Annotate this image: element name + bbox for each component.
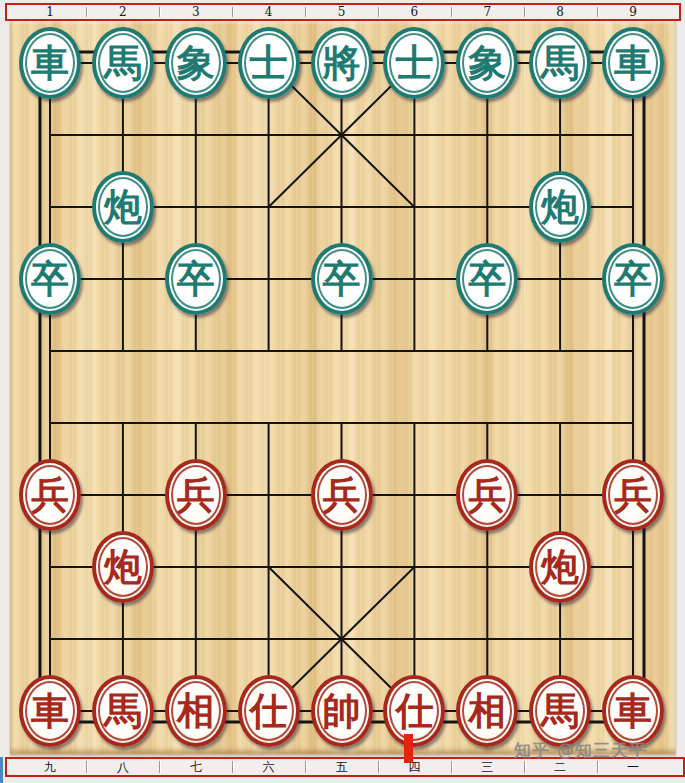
- piece-black-炮[interactable]: 炮: [529, 171, 591, 243]
- bar-separator: [159, 761, 161, 772]
- bar-separator: [159, 7, 161, 17]
- piece-black-象[interactable]: 象: [456, 27, 518, 99]
- piece-red-馬[interactable]: 馬: [92, 675, 154, 747]
- piece-glyph: 車: [31, 692, 69, 730]
- piece-black-士[interactable]: 士: [238, 27, 300, 99]
- bar-separator: [232, 761, 234, 772]
- piece-red-仕[interactable]: 仕: [238, 675, 300, 747]
- bottom-bar-label-六: 六: [263, 761, 275, 773]
- piece-glyph: 仕: [395, 692, 433, 730]
- piece-red-兵[interactable]: 兵: [19, 459, 81, 531]
- piece-glyph: 卒: [614, 260, 652, 298]
- top-coordinate-bar: 123456789: [5, 3, 681, 21]
- piece-black-將[interactable]: 將: [311, 27, 373, 99]
- piece-black-卒[interactable]: 卒: [19, 243, 81, 315]
- piece-glyph: 炮: [104, 188, 142, 226]
- bar-separator: [524, 7, 526, 17]
- piece-glyph: 將: [323, 44, 361, 82]
- piece-red-仕[interactable]: 仕: [383, 675, 445, 747]
- piece-glyph: 相: [468, 692, 506, 730]
- xiangqi-board[interactable]: 車馬象士將士象馬車炮炮卒卒卒卒卒兵兵兵兵兵炮炮車馬相仕帥仕相馬車: [10, 21, 676, 754]
- top-bar-label-5: 5: [338, 6, 346, 18]
- top-bar-label-4: 4: [265, 6, 273, 18]
- piece-black-炮[interactable]: 炮: [92, 171, 154, 243]
- piece-glyph: 卒: [323, 260, 361, 298]
- bottom-bar-label-五: 五: [336, 761, 348, 773]
- piece-red-相[interactable]: 相: [456, 675, 518, 747]
- piece-black-士[interactable]: 士: [383, 27, 445, 99]
- file-marker-red-bar: [404, 734, 413, 763]
- piece-glyph: 炮: [541, 548, 579, 586]
- bar-separator: [232, 7, 234, 17]
- bottom-bar-label-七: 七: [190, 761, 202, 773]
- piece-glyph: 仕: [250, 692, 288, 730]
- piece-glyph: 相: [177, 692, 215, 730]
- piece-black-卒[interactable]: 卒: [165, 243, 227, 315]
- edge-artifact: [0, 757, 3, 783]
- piece-red-炮[interactable]: 炮: [92, 531, 154, 603]
- bottom-bar-label-九: 九: [44, 761, 56, 773]
- watermark-text: 知乎 @知三天平: [514, 739, 647, 762]
- piece-glyph: 馬: [104, 692, 142, 730]
- bar-separator: [524, 761, 526, 772]
- bar-separator: [378, 761, 380, 772]
- piece-glyph: 卒: [468, 260, 506, 298]
- piece-black-車[interactable]: 車: [602, 27, 664, 99]
- piece-glyph: 兵: [323, 476, 361, 514]
- piece-red-帥[interactable]: 帥: [311, 675, 373, 747]
- bottom-bar-label-三: 三: [481, 761, 493, 773]
- bar-separator: [86, 761, 88, 772]
- piece-glyph: 馬: [541, 692, 579, 730]
- bar-separator: [305, 7, 307, 17]
- bottom-bar-label-八: 八: [117, 761, 129, 773]
- piece-glyph: 兵: [468, 476, 506, 514]
- top-bar-label-6: 6: [411, 6, 419, 18]
- piece-glyph: 士: [395, 44, 433, 82]
- top-bar-label-9: 9: [629, 6, 637, 18]
- piece-glyph: 兵: [31, 476, 69, 514]
- piece-black-馬[interactable]: 馬: [529, 27, 591, 99]
- piece-red-炮[interactable]: 炮: [529, 531, 591, 603]
- piece-black-車[interactable]: 車: [19, 27, 81, 99]
- piece-glyph: 象: [468, 44, 506, 82]
- piece-glyph: 車: [31, 44, 69, 82]
- bar-separator: [597, 761, 599, 772]
- bar-separator: [378, 7, 380, 17]
- bottom-bar-label-一: 一: [627, 761, 639, 773]
- top-bar-label-7: 7: [483, 6, 491, 18]
- bar-separator: [305, 761, 307, 772]
- bar-separator: [451, 7, 453, 17]
- piece-glyph: 馬: [104, 44, 142, 82]
- piece-black-卒[interactable]: 卒: [311, 243, 373, 315]
- piece-red-兵[interactable]: 兵: [602, 459, 664, 531]
- piece-glyph: 象: [177, 44, 215, 82]
- bottom-bar-label-二: 二: [554, 761, 566, 773]
- piece-glyph: 士: [250, 44, 288, 82]
- piece-glyph: 卒: [31, 260, 69, 298]
- top-bar-label-3: 3: [192, 6, 200, 18]
- board-grid: [10, 21, 676, 754]
- top-bar-label-2: 2: [119, 6, 127, 18]
- bar-separator: [451, 761, 453, 772]
- piece-red-馬[interactable]: 馬: [529, 675, 591, 747]
- piece-glyph: 炮: [541, 188, 579, 226]
- piece-glyph: 炮: [104, 548, 142, 586]
- piece-red-兵[interactable]: 兵: [456, 459, 518, 531]
- piece-black-象[interactable]: 象: [165, 27, 227, 99]
- piece-glyph: 兵: [614, 476, 652, 514]
- piece-glyph: 帥: [323, 692, 361, 730]
- bar-separator: [86, 7, 88, 17]
- bar-separator: [597, 7, 599, 17]
- piece-glyph: 馬: [541, 44, 579, 82]
- piece-glyph: 兵: [177, 476, 215, 514]
- piece-black-卒[interactable]: 卒: [456, 243, 518, 315]
- piece-black-馬[interactable]: 馬: [92, 27, 154, 99]
- piece-red-兵[interactable]: 兵: [165, 459, 227, 531]
- piece-red-兵[interactable]: 兵: [311, 459, 373, 531]
- piece-red-車[interactable]: 車: [19, 675, 81, 747]
- piece-glyph: 車: [614, 44, 652, 82]
- piece-glyph: 卒: [177, 260, 215, 298]
- top-bar-label-8: 8: [556, 6, 564, 18]
- piece-black-卒[interactable]: 卒: [602, 243, 664, 315]
- top-bar-label-1: 1: [46, 6, 54, 18]
- piece-red-相[interactable]: 相: [165, 675, 227, 747]
- piece-glyph: 車: [614, 692, 652, 730]
- piece-red-車[interactable]: 車: [602, 675, 664, 747]
